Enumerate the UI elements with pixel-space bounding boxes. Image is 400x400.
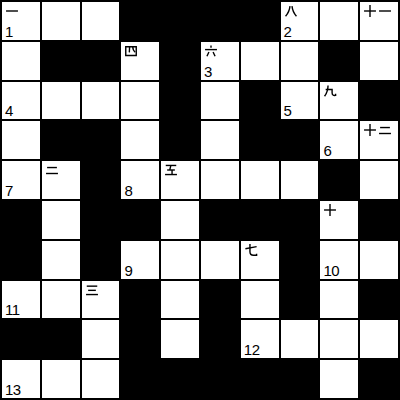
block-cell-5-6 [241, 201, 279, 239]
cell-4-9[interactable] [360, 161, 398, 199]
down-clue-number-kanji [284, 4, 298, 18]
block-cell-1-8 [320, 42, 358, 80]
cell-3-9[interactable] [360, 121, 398, 159]
cell-5-1[interactable] [42, 201, 80, 239]
cell-1-6[interactable] [241, 42, 279, 80]
cell-7-8[interactable] [320, 281, 358, 319]
cell-4-4[interactable] [161, 161, 199, 199]
block-cell-5-2 [82, 201, 120, 239]
across-clue-number: 6 [323, 143, 331, 158]
cell-2-0[interactable]: 4 [2, 82, 40, 120]
cell-3-8[interactable]: 6 [320, 121, 358, 159]
block-cell-3-2 [82, 121, 120, 159]
block-cell-4-2 [82, 161, 120, 199]
down-clue-number-kanji [323, 203, 337, 217]
down-clue-number-kanji [45, 163, 59, 177]
block-cell-9-4 [161, 360, 199, 398]
cell-4-5[interactable] [201, 161, 239, 199]
cell-8-9[interactable] [360, 320, 398, 358]
block-cell-8-5 [201, 320, 239, 358]
cell-1-9[interactable] [360, 42, 398, 80]
cell-9-2[interactable] [82, 360, 120, 398]
block-cell-6-0 [2, 241, 40, 279]
block-cell-8-1 [42, 320, 80, 358]
cell-3-5[interactable] [201, 121, 239, 159]
block-cell-1-1 [42, 42, 80, 80]
across-clue-number: 9 [124, 263, 132, 278]
cell-1-3[interactable] [121, 42, 159, 80]
cell-8-6[interactable]: 12 [241, 320, 279, 358]
crossword-grid: 12345678910111213 [0, 0, 400, 400]
across-clue-number: 2 [284, 24, 292, 39]
cell-5-8[interactable] [320, 201, 358, 239]
cell-9-0[interactable]: 13 [2, 360, 40, 398]
cell-0-1[interactable] [42, 2, 80, 40]
block-cell-0-4 [161, 2, 199, 40]
cell-0-2[interactable] [82, 2, 120, 40]
cell-6-4[interactable] [161, 241, 199, 279]
block-cell-0-5 [201, 2, 239, 40]
cell-0-0[interactable]: 1 [2, 2, 40, 40]
block-cell-9-3 [121, 360, 159, 398]
across-clue-number: 4 [5, 103, 13, 118]
across-clue-number: 13 [5, 382, 21, 397]
cell-9-8[interactable] [320, 360, 358, 398]
cell-6-6[interactable] [241, 241, 279, 279]
down-clue-number-kanji [323, 84, 337, 98]
across-clue-number: 10 [323, 263, 339, 278]
down-clue-number-kanji [363, 4, 392, 18]
cell-7-1[interactable] [42, 281, 80, 319]
block-cell-1-4 [161, 42, 199, 80]
cell-7-2[interactable] [82, 281, 120, 319]
cell-7-4[interactable] [161, 281, 199, 319]
block-cell-3-4 [161, 121, 199, 159]
cell-2-7[interactable]: 5 [281, 82, 319, 120]
cell-9-1[interactable] [42, 360, 80, 398]
block-cell-3-6 [241, 121, 279, 159]
cell-8-4[interactable] [161, 320, 199, 358]
block-cell-2-6 [241, 82, 279, 120]
block-cell-7-7 [281, 281, 319, 319]
across-clue-number: 12 [244, 342, 260, 357]
block-cell-2-4 [161, 82, 199, 120]
cell-6-3[interactable]: 9 [121, 241, 159, 279]
across-clue-number: 11 [5, 302, 20, 317]
cell-8-8[interactable] [320, 320, 358, 358]
down-clue-number-kanji [244, 243, 258, 257]
down-clue-number-kanji [5, 4, 19, 18]
across-clue-number: 8 [124, 183, 132, 198]
down-clue-number-kanji [363, 123, 392, 137]
block-cell-5-9 [360, 201, 398, 239]
block-cell-6-7 [281, 241, 319, 279]
block-cell-6-2 [82, 241, 120, 279]
block-cell-9-9 [360, 360, 398, 398]
down-clue-number-kanji [124, 44, 138, 58]
cell-2-2[interactable] [82, 82, 120, 120]
cell-2-3[interactable] [121, 82, 159, 120]
cell-2-1[interactable] [42, 82, 80, 120]
block-cell-7-5 [201, 281, 239, 319]
block-cell-0-3 [121, 2, 159, 40]
down-clue-number-kanji [204, 44, 218, 58]
block-cell-1-2 [82, 42, 120, 80]
cell-6-1[interactable] [42, 241, 80, 279]
down-clue-number-kanji [85, 283, 99, 297]
cell-7-6[interactable] [241, 281, 279, 319]
cell-4-0[interactable]: 7 [2, 161, 40, 199]
cell-1-0[interactable] [2, 42, 40, 80]
block-cell-8-0 [2, 320, 40, 358]
block-cell-3-1 [42, 121, 80, 159]
block-cell-4-8 [320, 161, 358, 199]
block-cell-2-9 [360, 82, 398, 120]
cell-7-0[interactable]: 11 [2, 281, 40, 319]
cell-8-7[interactable] [281, 320, 319, 358]
block-cell-3-7 [281, 121, 319, 159]
block-cell-9-7 [281, 360, 319, 398]
cell-8-2[interactable] [82, 320, 120, 358]
block-cell-5-5 [201, 201, 239, 239]
block-cell-0-6 [241, 2, 279, 40]
block-cell-7-9 [360, 281, 398, 319]
across-clue-number: 1 [5, 24, 13, 39]
block-cell-9-6 [241, 360, 279, 398]
cell-4-3[interactable]: 8 [121, 161, 159, 199]
cell-0-8[interactable] [320, 2, 358, 40]
cell-2-8[interactable] [320, 82, 358, 120]
block-cell-5-0 [2, 201, 40, 239]
across-clue-number: 7 [5, 183, 13, 198]
cell-1-5[interactable]: 3 [201, 42, 239, 80]
block-cell-8-3 [121, 320, 159, 358]
block-cell-5-3 [121, 201, 159, 239]
cell-6-9[interactable] [360, 241, 398, 279]
across-clue-number: 5 [284, 103, 292, 118]
cell-3-3[interactable] [121, 121, 159, 159]
cell-2-5[interactable] [201, 82, 239, 120]
cell-4-6[interactable] [241, 161, 279, 199]
cell-0-7[interactable]: 2 [281, 2, 319, 40]
cell-1-7[interactable] [281, 42, 319, 80]
cell-5-4[interactable] [161, 201, 199, 239]
block-cell-9-5 [201, 360, 239, 398]
cell-4-1[interactable] [42, 161, 80, 199]
cell-6-5[interactable] [201, 241, 239, 279]
block-cell-7-3 [121, 281, 159, 319]
cell-6-8[interactable]: 10 [320, 241, 358, 279]
down-clue-number-kanji [164, 163, 178, 177]
block-cell-5-7 [281, 201, 319, 239]
across-clue-number: 3 [204, 64, 212, 79]
cell-3-0[interactable] [2, 121, 40, 159]
cell-0-9[interactable] [360, 2, 398, 40]
cell-4-7[interactable] [281, 161, 319, 199]
